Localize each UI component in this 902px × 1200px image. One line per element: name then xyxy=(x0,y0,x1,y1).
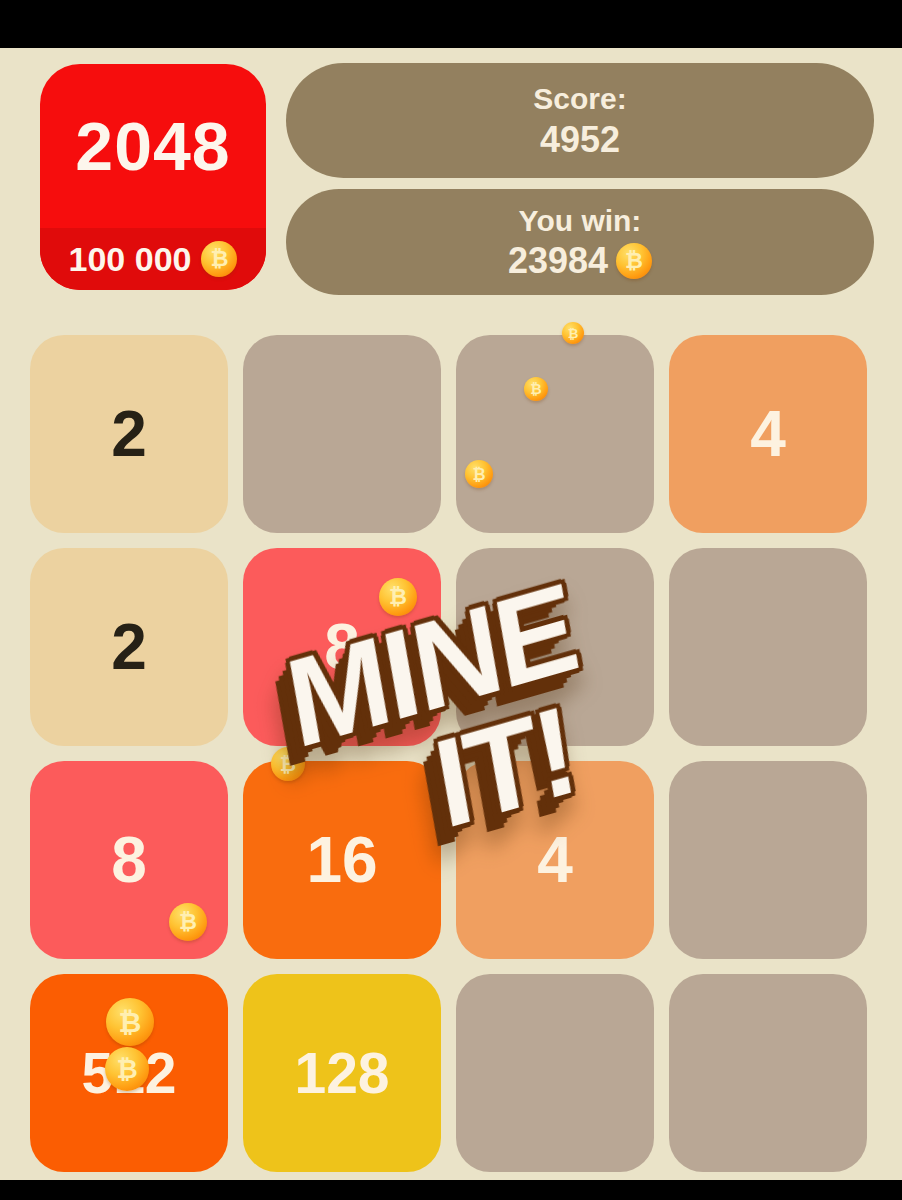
bottom-letterbox-bar xyxy=(0,1180,902,1200)
app-logo: 2048 100 000 ₿ xyxy=(40,64,266,290)
coin-balance-value: 100 000 xyxy=(69,240,192,279)
logo-title: 2048 xyxy=(40,64,266,228)
tile-128: 128 xyxy=(243,974,441,1172)
tile-2: 2 xyxy=(30,548,228,746)
bitcoin-coin: ₿ xyxy=(562,322,584,344)
tile-2: 2 xyxy=(30,335,228,533)
bitcoin-coin-icon: ₿ xyxy=(201,241,237,277)
score-label: Score: xyxy=(533,80,626,118)
bitcoin-coin-icon: ₿ xyxy=(616,243,652,279)
win-panel: You win: 23984 ₿ xyxy=(286,189,874,295)
empty-cell xyxy=(669,974,867,1172)
top-letterbox-bar xyxy=(0,0,902,48)
bitcoin-coin: ₿ xyxy=(169,903,207,941)
bitcoin-coin: ₿ xyxy=(105,1047,149,1091)
coin-balance-strip: 100 000 ₿ xyxy=(40,228,266,290)
empty-cell xyxy=(243,335,441,533)
win-value: 23984 xyxy=(508,239,608,282)
game-screen: 2048 100 000 ₿ Score: 4952 You win: 2398… xyxy=(0,0,902,1200)
bitcoin-coin: ₿ xyxy=(524,377,548,401)
bitcoin-coin: ₿ xyxy=(106,998,154,1046)
empty-cell xyxy=(669,548,867,746)
bitcoin-coin: ₿ xyxy=(465,460,493,488)
empty-cell xyxy=(456,335,654,533)
tile-4: 4 xyxy=(669,335,867,533)
win-label: You win: xyxy=(519,202,642,240)
score-value: 4952 xyxy=(540,118,620,161)
score-panel: Score: 4952 xyxy=(286,63,874,178)
empty-cell xyxy=(456,974,654,1172)
empty-cell xyxy=(669,761,867,959)
